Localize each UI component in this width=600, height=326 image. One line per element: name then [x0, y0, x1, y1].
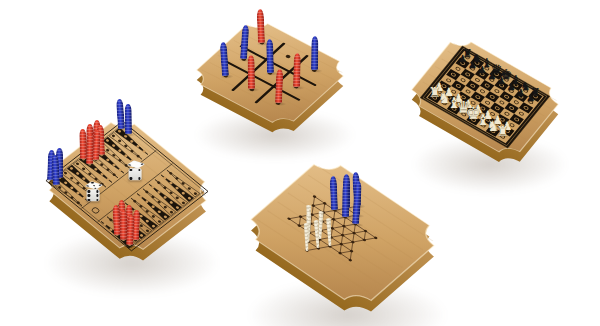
- die-pip: [96, 194, 98, 196]
- backgammon-peg-blue[interactable]: [124, 104, 131, 134]
- chess-piece-black-p[interactable]: ♟: [468, 60, 477, 70]
- product-photo-scene: ♜♞♝♛♚♝♞♜♟♟♟♟♟♟♟♟♟♟♟♟♟♟♟♟♜♞♝♛♚♝♞♜: [0, 0, 600, 326]
- die-pip: [140, 163, 143, 165]
- chess-piece-black-p[interactable]: ♟: [487, 71, 496, 81]
- die-pip: [88, 190, 90, 192]
- tictactoe-peg-blue[interactable]: [266, 39, 274, 73]
- chess-piece-black-p[interactable]: ♟: [507, 82, 516, 92]
- die-pip: [138, 169, 140, 171]
- die-front-face: [86, 189, 99, 201]
- tictactoe-peg-red[interactable]: [257, 9, 265, 43]
- die-pip: [138, 177, 140, 179]
- die-1[interactable]: [84, 182, 104, 202]
- chinese-peg-white[interactable]: [323, 218, 335, 247]
- die-front-face: [128, 168, 141, 180]
- die-pip: [96, 190, 98, 192]
- die-pip: [130, 169, 132, 171]
- die-pip: [88, 199, 90, 201]
- chinese-peg-blue[interactable]: [352, 190, 361, 224]
- backgammon-peg-blue[interactable]: [116, 99, 125, 129]
- die-2[interactable]: [126, 160, 146, 180]
- chess-piece-black-p[interactable]: ♟: [478, 66, 487, 76]
- chinese-peg-blue[interactable]: [342, 183, 349, 217]
- chinese-peg-blue[interactable]: [330, 176, 338, 210]
- chess-piece-black-p[interactable]: ♟: [517, 88, 526, 98]
- chess-piece-white-r[interactable]: ♜: [497, 125, 509, 139]
- die-pip: [98, 185, 101, 187]
- chess-piece-black-p[interactable]: ♟: [526, 94, 535, 104]
- tictactoe-peg-red[interactable]: [293, 53, 301, 87]
- die-pip: [92, 185, 95, 187]
- tictactoe-peg-red[interactable]: [275, 69, 283, 103]
- die-pip: [128, 164, 131, 166]
- backgammon-peg-red[interactable]: [86, 134, 93, 164]
- chess-piece-black-p[interactable]: ♟: [497, 77, 506, 87]
- tictactoe-peg-red[interactable]: [248, 55, 255, 89]
- pieces-layer: ♜♞♝♛♚♝♞♜♟♟♟♟♟♟♟♟♟♟♟♟♟♟♟♟♜♞♝♛♚♝♞♜: [0, 0, 600, 326]
- die-pip: [96, 199, 98, 201]
- die-pip: [130, 177, 132, 179]
- die-pip: [88, 194, 90, 196]
- tictactoe-peg-blue[interactable]: [240, 25, 249, 59]
- die-pip: [86, 185, 89, 187]
- tictactoe-peg-blue[interactable]: [220, 42, 229, 76]
- tictactoe-peg-blue[interactable]: [311, 36, 318, 70]
- die-pip: [91, 182, 94, 184]
- chess-piece-black-p[interactable]: ♟: [458, 55, 467, 65]
